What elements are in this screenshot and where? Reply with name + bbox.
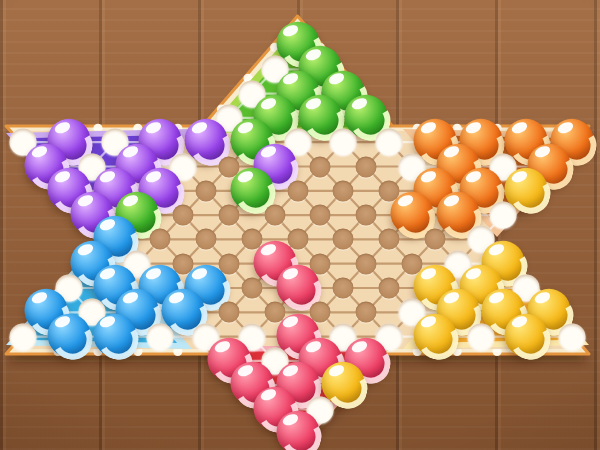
marble-yellow[interactable] (505, 313, 548, 356)
board-hole-r13-p11[interactable] (467, 323, 494, 350)
marble-green[interactable] (230, 168, 273, 211)
board-hole-r8-p4[interactable] (218, 205, 239, 226)
board-hole-r9-p6[interactable] (333, 229, 354, 250)
board-hole-r9-p8[interactable] (424, 229, 445, 250)
game-screen (0, 0, 600, 450)
board-hole-r11-p8[interactable] (379, 278, 400, 299)
board-hole-r12-p5[interactable] (218, 302, 239, 323)
pieces-layer (0, 0, 600, 450)
board-hole-r13-p1[interactable] (10, 323, 37, 350)
board-hole-r12-p8[interactable] (356, 302, 377, 323)
board-hole-r13-p13[interactable] (559, 323, 586, 350)
marble-red[interactable] (276, 265, 319, 308)
board-hole-r13-p4[interactable] (147, 323, 174, 350)
marble-blue[interactable] (47, 313, 90, 356)
board-hole-r11-p7[interactable] (333, 278, 354, 299)
board-hole-r9-p3[interactable] (196, 229, 217, 250)
board-hole-r7-p6[interactable] (287, 180, 308, 201)
marble-orange[interactable] (390, 192, 433, 235)
board-hole-r8-p3[interactable] (173, 205, 194, 226)
board-hole-r7-p7[interactable] (333, 180, 354, 201)
board-hole-r5-p8[interactable] (330, 129, 357, 156)
board-hole-r9-p2[interactable] (150, 229, 171, 250)
board-hole-r7-p4[interactable] (196, 180, 217, 201)
board-hole-r8-p6[interactable] (310, 205, 331, 226)
board-hole-r8-p10[interactable] (490, 202, 517, 229)
board-hole-r9-p7[interactable] (379, 229, 400, 250)
marble-red[interactable] (276, 411, 319, 450)
board-hole-r6-p8[interactable] (356, 156, 377, 177)
marble-yellow[interactable] (413, 313, 456, 356)
board-hole-r11-p5[interactable] (241, 278, 262, 299)
board-hole-r10-p7[interactable] (356, 253, 377, 274)
marble-blue[interactable] (93, 313, 136, 356)
board-hole-r6-p7[interactable] (310, 156, 331, 177)
board-hole-r5-p9[interactable] (376, 129, 403, 156)
board-hole-r8-p5[interactable] (264, 205, 285, 226)
board-hole-r8-p7[interactable] (356, 205, 377, 226)
